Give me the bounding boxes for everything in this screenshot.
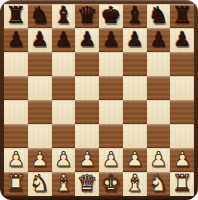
square-a3[interactable] xyxy=(4,124,28,148)
white-pawn[interactable]: ♟ xyxy=(173,147,191,171)
square-b5[interactable] xyxy=(28,76,52,100)
square-b3[interactable] xyxy=(28,124,52,148)
black-knight[interactable]: ♞ xyxy=(29,3,50,27)
white-queen[interactable]: ♛ xyxy=(77,171,98,195)
white-bishop[interactable]: ♝ xyxy=(53,171,74,195)
black-knight[interactable]: ♞ xyxy=(148,3,169,27)
square-b2[interactable]: ♟ xyxy=(28,148,52,172)
square-c8[interactable]: ♝ xyxy=(52,4,76,28)
square-f1[interactable]: ♝ xyxy=(123,172,147,196)
square-f3[interactable] xyxy=(123,124,147,148)
white-pawn[interactable]: ♟ xyxy=(102,147,120,171)
white-pawn[interactable]: ♟ xyxy=(149,147,167,171)
square-d2[interactable]: ♟ xyxy=(75,148,99,172)
square-d3[interactable] xyxy=(75,124,99,148)
square-h2[interactable]: ♟ xyxy=(170,148,194,172)
square-c1[interactable]: ♝ xyxy=(52,172,76,196)
square-d6[interactable] xyxy=(75,52,99,76)
square-g6[interactable] xyxy=(147,52,171,76)
black-pawn[interactable]: ♟ xyxy=(126,27,144,51)
square-c5[interactable] xyxy=(52,76,76,100)
square-h1[interactable]: ♜ xyxy=(170,172,194,196)
square-b8[interactable]: ♞ xyxy=(28,4,52,28)
square-c6[interactable] xyxy=(52,52,76,76)
square-e5[interactable] xyxy=(99,76,123,100)
white-pawn[interactable]: ♟ xyxy=(126,147,144,171)
black-pawn[interactable]: ♟ xyxy=(78,27,96,51)
white-knight[interactable]: ♞ xyxy=(148,171,169,195)
square-f8[interactable]: ♝ xyxy=(123,4,147,28)
square-g8[interactable]: ♞ xyxy=(147,4,171,28)
square-d4[interactable] xyxy=(75,100,99,124)
black-pawn[interactable]: ♟ xyxy=(31,27,49,51)
square-h8[interactable]: ♜ xyxy=(170,4,194,28)
square-e3[interactable] xyxy=(99,124,123,148)
square-g1[interactable]: ♞ xyxy=(147,172,171,196)
square-g4[interactable] xyxy=(147,100,171,124)
square-b6[interactable] xyxy=(28,52,52,76)
square-c3[interactable] xyxy=(52,124,76,148)
white-rook[interactable]: ♜ xyxy=(172,171,193,195)
black-pawn[interactable]: ♟ xyxy=(149,27,167,51)
black-pawn[interactable]: ♟ xyxy=(7,27,25,51)
square-a4[interactable] xyxy=(4,100,28,124)
square-e8[interactable]: ♚ xyxy=(99,4,123,28)
white-pawn[interactable]: ♟ xyxy=(7,147,25,171)
chess-board: ♜♞♝♛♚♝♞♜♟♟♟♟♟♟♟♟♟♟♟♟♟♟♟♟♜♞♝♛♚♝♞♜ xyxy=(4,4,194,196)
white-rook[interactable]: ♜ xyxy=(6,171,27,195)
square-a2[interactable]: ♟ xyxy=(4,148,28,172)
square-e4[interactable] xyxy=(99,100,123,124)
square-f7[interactable]: ♟ xyxy=(123,28,147,52)
square-e2[interactable]: ♟ xyxy=(99,148,123,172)
square-h7[interactable]: ♟ xyxy=(170,28,194,52)
square-e1[interactable]: ♚ xyxy=(99,172,123,196)
black-bishop[interactable]: ♝ xyxy=(124,3,145,27)
square-d5[interactable] xyxy=(75,76,99,100)
white-pawn[interactable]: ♟ xyxy=(78,147,96,171)
chess-board-frame: ♜♞♝♛♚♝♞♜♟♟♟♟♟♟♟♟♟♟♟♟♟♟♟♟♜♞♝♛♚♝♞♜ xyxy=(0,0,198,200)
square-b7[interactable]: ♟ xyxy=(28,28,52,52)
square-h3[interactable] xyxy=(170,124,194,148)
square-b1[interactable]: ♞ xyxy=(28,172,52,196)
square-c7[interactable]: ♟ xyxy=(52,28,76,52)
square-h6[interactable] xyxy=(170,52,194,76)
square-d8[interactable]: ♛ xyxy=(75,4,99,28)
square-g7[interactable]: ♟ xyxy=(147,28,171,52)
white-pawn[interactable]: ♟ xyxy=(54,147,72,171)
square-f6[interactable] xyxy=(123,52,147,76)
square-a8[interactable]: ♜ xyxy=(4,4,28,28)
square-f4[interactable] xyxy=(123,100,147,124)
square-g5[interactable] xyxy=(147,76,171,100)
white-king[interactable]: ♚ xyxy=(101,171,122,195)
square-f5[interactable] xyxy=(123,76,147,100)
square-a1[interactable]: ♜ xyxy=(4,172,28,196)
white-pawn[interactable]: ♟ xyxy=(31,147,49,171)
black-pawn[interactable]: ♟ xyxy=(173,27,191,51)
white-knight[interactable]: ♞ xyxy=(29,171,50,195)
square-e7[interactable]: ♟ xyxy=(99,28,123,52)
black-pawn[interactable]: ♟ xyxy=(54,27,72,51)
square-c2[interactable]: ♟ xyxy=(52,148,76,172)
black-rook[interactable]: ♜ xyxy=(172,3,193,27)
square-b4[interactable] xyxy=(28,100,52,124)
square-h4[interactable] xyxy=(170,100,194,124)
black-king[interactable]: ♚ xyxy=(101,3,122,27)
square-d1[interactable]: ♛ xyxy=(75,172,99,196)
black-pawn[interactable]: ♟ xyxy=(102,27,120,51)
square-g2[interactable]: ♟ xyxy=(147,148,171,172)
square-h5[interactable] xyxy=(170,76,194,100)
square-d7[interactable]: ♟ xyxy=(75,28,99,52)
square-g3[interactable] xyxy=(147,124,171,148)
black-queen[interactable]: ♛ xyxy=(77,3,98,27)
black-bishop[interactable]: ♝ xyxy=(53,3,74,27)
square-c4[interactable] xyxy=(52,100,76,124)
square-e6[interactable] xyxy=(99,52,123,76)
black-rook[interactable]: ♜ xyxy=(6,3,27,27)
square-a5[interactable] xyxy=(4,76,28,100)
square-f2[interactable]: ♟ xyxy=(123,148,147,172)
white-bishop[interactable]: ♝ xyxy=(124,171,145,195)
square-a6[interactable] xyxy=(4,52,28,76)
square-a7[interactable]: ♟ xyxy=(4,28,28,52)
